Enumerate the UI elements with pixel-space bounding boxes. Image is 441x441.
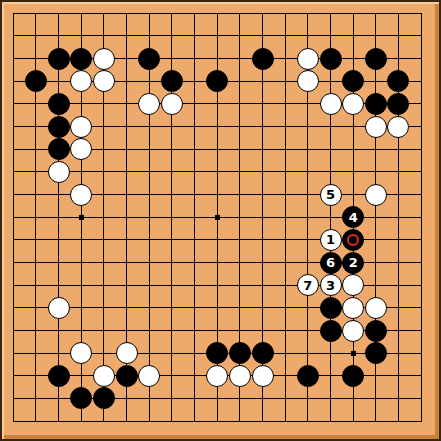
intersection-T12[interactable] xyxy=(410,161,433,184)
intersection-Q17[interactable] xyxy=(342,47,365,70)
intersection-G6[interactable] xyxy=(138,297,161,320)
intersection-M11[interactable] xyxy=(251,183,274,206)
intersection-P17[interactable] xyxy=(319,47,342,70)
intersection-O18[interactable] xyxy=(297,25,320,48)
intersection-K1[interactable] xyxy=(206,410,229,433)
intersection-R3[interactable] xyxy=(365,365,388,388)
intersection-J6[interactable] xyxy=(183,297,206,320)
intersection-R7[interactable] xyxy=(365,274,388,297)
intersection-L2[interactable] xyxy=(229,387,252,410)
intersection-N19[interactable] xyxy=(274,2,297,25)
intersection-L18[interactable] xyxy=(229,25,252,48)
intersection-G1[interactable] xyxy=(138,410,161,433)
intersection-O13[interactable] xyxy=(297,138,320,161)
intersection-T19[interactable] xyxy=(410,2,433,25)
intersection-F7[interactable] xyxy=(115,274,138,297)
intersection-H5[interactable] xyxy=(161,319,184,342)
intersection-K2[interactable] xyxy=(206,387,229,410)
intersection-H2[interactable] xyxy=(161,387,184,410)
intersection-B16[interactable] xyxy=(25,70,48,93)
intersection-A8[interactable] xyxy=(2,251,25,274)
intersection-T15[interactable] xyxy=(410,93,433,116)
intersection-B5[interactable] xyxy=(25,319,48,342)
intersection-G13[interactable] xyxy=(138,138,161,161)
intersection-M19[interactable] xyxy=(251,2,274,25)
intersection-M4[interactable] xyxy=(251,342,274,365)
intersection-D3[interactable] xyxy=(70,365,93,388)
intersection-H6[interactable] xyxy=(161,297,184,320)
intersection-G9[interactable] xyxy=(138,229,161,252)
intersection-A14[interactable] xyxy=(2,115,25,138)
intersection-A6[interactable] xyxy=(2,297,25,320)
intersection-B4[interactable] xyxy=(25,342,48,365)
intersection-T9[interactable] xyxy=(410,229,433,252)
intersection-T14[interactable] xyxy=(410,115,433,138)
intersection-R1[interactable] xyxy=(365,410,388,433)
intersection-K12[interactable] xyxy=(206,161,229,184)
intersection-P11[interactable]: 5 xyxy=(319,183,342,206)
intersection-R19[interactable] xyxy=(365,2,388,25)
intersection-A9[interactable] xyxy=(2,229,25,252)
intersection-S1[interactable] xyxy=(387,410,410,433)
intersection-F17[interactable] xyxy=(115,47,138,70)
intersection-J15[interactable] xyxy=(183,93,206,116)
intersection-A11[interactable] xyxy=(2,183,25,206)
intersection-D8[interactable] xyxy=(70,251,93,274)
intersection-A1[interactable] xyxy=(2,410,25,433)
intersection-Q11[interactable] xyxy=(342,183,365,206)
intersection-N10[interactable] xyxy=(274,206,297,229)
intersection-N6[interactable] xyxy=(274,297,297,320)
intersection-P14[interactable] xyxy=(319,115,342,138)
intersection-D14[interactable] xyxy=(70,115,93,138)
intersection-K13[interactable] xyxy=(206,138,229,161)
intersection-O16[interactable] xyxy=(297,70,320,93)
intersection-K3[interactable] xyxy=(206,365,229,388)
intersection-G2[interactable] xyxy=(138,387,161,410)
intersection-P10[interactable] xyxy=(319,206,342,229)
intersection-R16[interactable] xyxy=(365,70,388,93)
intersection-B10[interactable] xyxy=(25,206,48,229)
intersection-Q16[interactable] xyxy=(342,70,365,93)
intersection-O4[interactable] xyxy=(297,342,320,365)
intersection-R4[interactable] xyxy=(365,342,388,365)
intersection-L19[interactable] xyxy=(229,2,252,25)
intersection-J17[interactable] xyxy=(183,47,206,70)
intersection-C18[interactable] xyxy=(47,25,70,48)
intersection-P3[interactable] xyxy=(319,365,342,388)
intersection-G10[interactable] xyxy=(138,206,161,229)
intersection-S12[interactable] xyxy=(387,161,410,184)
intersection-E5[interactable] xyxy=(93,319,116,342)
intersection-K5[interactable] xyxy=(206,319,229,342)
intersection-O15[interactable] xyxy=(297,93,320,116)
intersection-C14[interactable] xyxy=(47,115,70,138)
intersection-P2[interactable] xyxy=(319,387,342,410)
intersection-D17[interactable] xyxy=(70,47,93,70)
intersection-L15[interactable] xyxy=(229,93,252,116)
intersection-F13[interactable] xyxy=(115,138,138,161)
intersection-O8[interactable] xyxy=(297,251,320,274)
intersection-E11[interactable] xyxy=(93,183,116,206)
intersection-N13[interactable] xyxy=(274,138,297,161)
intersection-M8[interactable] xyxy=(251,251,274,274)
intersection-E7[interactable] xyxy=(93,274,116,297)
intersection-O10[interactable] xyxy=(297,206,320,229)
intersection-J7[interactable] xyxy=(183,274,206,297)
intersection-Q8[interactable]: 2 xyxy=(342,251,365,274)
intersection-K18[interactable] xyxy=(206,25,229,48)
intersection-J2[interactable] xyxy=(183,387,206,410)
intersection-R18[interactable] xyxy=(365,25,388,48)
intersection-Q19[interactable] xyxy=(342,2,365,25)
intersection-P8[interactable]: 6 xyxy=(319,251,342,274)
intersection-G15[interactable] xyxy=(138,93,161,116)
intersection-G7[interactable] xyxy=(138,274,161,297)
intersection-P15[interactable] xyxy=(319,93,342,116)
intersection-J11[interactable] xyxy=(183,183,206,206)
intersection-H13[interactable] xyxy=(161,138,184,161)
intersection-D2[interactable] xyxy=(70,387,93,410)
intersection-E2[interactable] xyxy=(93,387,116,410)
intersection-N2[interactable] xyxy=(274,387,297,410)
intersection-E8[interactable] xyxy=(93,251,116,274)
intersection-H3[interactable] xyxy=(161,365,184,388)
intersection-D9[interactable] xyxy=(70,229,93,252)
intersection-R13[interactable] xyxy=(365,138,388,161)
intersection-P9[interactable]: 1 xyxy=(319,229,342,252)
intersection-N14[interactable] xyxy=(274,115,297,138)
intersection-N17[interactable] xyxy=(274,47,297,70)
intersection-J8[interactable] xyxy=(183,251,206,274)
intersection-F10[interactable] xyxy=(115,206,138,229)
intersection-B1[interactable] xyxy=(25,410,48,433)
intersection-L7[interactable] xyxy=(229,274,252,297)
intersection-L4[interactable] xyxy=(229,342,252,365)
intersection-M13[interactable] xyxy=(251,138,274,161)
intersection-B2[interactable] xyxy=(25,387,48,410)
intersection-R10[interactable] xyxy=(365,206,388,229)
intersection-N16[interactable] xyxy=(274,70,297,93)
intersection-H19[interactable] xyxy=(161,2,184,25)
intersection-A10[interactable] xyxy=(2,206,25,229)
intersection-S3[interactable] xyxy=(387,365,410,388)
intersection-K10[interactable] xyxy=(206,206,229,229)
intersection-F4[interactable] xyxy=(115,342,138,365)
intersection-D5[interactable] xyxy=(70,319,93,342)
intersection-M10[interactable] xyxy=(251,206,274,229)
intersection-J1[interactable] xyxy=(183,410,206,433)
intersection-E19[interactable] xyxy=(93,2,116,25)
intersection-N15[interactable] xyxy=(274,93,297,116)
intersection-E12[interactable] xyxy=(93,161,116,184)
intersection-J13[interactable] xyxy=(183,138,206,161)
intersection-N12[interactable] xyxy=(274,161,297,184)
intersection-T8[interactable] xyxy=(410,251,433,274)
intersection-B8[interactable] xyxy=(25,251,48,274)
intersection-O19[interactable] xyxy=(297,2,320,25)
intersection-P1[interactable] xyxy=(319,410,342,433)
intersection-F1[interactable] xyxy=(115,410,138,433)
intersection-M3[interactable] xyxy=(251,365,274,388)
intersection-C7[interactable] xyxy=(47,274,70,297)
intersection-F2[interactable] xyxy=(115,387,138,410)
intersection-A16[interactable] xyxy=(2,70,25,93)
intersection-C12[interactable] xyxy=(47,161,70,184)
intersection-M12[interactable] xyxy=(251,161,274,184)
intersection-G17[interactable] xyxy=(138,47,161,70)
intersection-A7[interactable] xyxy=(2,274,25,297)
intersection-P16[interactable] xyxy=(319,70,342,93)
intersection-N9[interactable] xyxy=(274,229,297,252)
intersection-J14[interactable] xyxy=(183,115,206,138)
intersection-F12[interactable] xyxy=(115,161,138,184)
intersection-K14[interactable] xyxy=(206,115,229,138)
intersection-B7[interactable] xyxy=(25,274,48,297)
intersection-L6[interactable] xyxy=(229,297,252,320)
intersection-R12[interactable] xyxy=(365,161,388,184)
intersection-A2[interactable] xyxy=(2,387,25,410)
intersection-K17[interactable] xyxy=(206,47,229,70)
intersection-F18[interactable] xyxy=(115,25,138,48)
intersection-Q1[interactable] xyxy=(342,410,365,433)
intersection-N5[interactable] xyxy=(274,319,297,342)
intersection-C9[interactable] xyxy=(47,229,70,252)
intersection-J4[interactable] xyxy=(183,342,206,365)
intersection-E4[interactable] xyxy=(93,342,116,365)
intersection-J16[interactable] xyxy=(183,70,206,93)
intersection-M7[interactable] xyxy=(251,274,274,297)
intersection-M5[interactable] xyxy=(251,319,274,342)
intersection-E17[interactable] xyxy=(93,47,116,70)
intersection-J9[interactable] xyxy=(183,229,206,252)
intersection-M6[interactable] xyxy=(251,297,274,320)
intersection-O9[interactable] xyxy=(297,229,320,252)
intersection-R6[interactable] xyxy=(365,297,388,320)
intersection-F11[interactable] xyxy=(115,183,138,206)
intersection-B3[interactable] xyxy=(25,365,48,388)
intersection-T5[interactable] xyxy=(410,319,433,342)
intersection-M16[interactable] xyxy=(251,70,274,93)
intersection-H11[interactable] xyxy=(161,183,184,206)
intersection-S2[interactable] xyxy=(387,387,410,410)
intersection-A18[interactable] xyxy=(2,25,25,48)
intersection-B14[interactable] xyxy=(25,115,48,138)
intersection-F3[interactable] xyxy=(115,365,138,388)
intersection-E14[interactable] xyxy=(93,115,116,138)
intersection-J10[interactable] xyxy=(183,206,206,229)
intersection-R5[interactable] xyxy=(365,319,388,342)
intersection-T6[interactable] xyxy=(410,297,433,320)
intersection-H4[interactable] xyxy=(161,342,184,365)
intersection-E13[interactable] xyxy=(93,138,116,161)
intersection-N11[interactable] xyxy=(274,183,297,206)
intersection-A17[interactable] xyxy=(2,47,25,70)
intersection-T13[interactable] xyxy=(410,138,433,161)
intersection-L14[interactable] xyxy=(229,115,252,138)
intersection-A3[interactable] xyxy=(2,365,25,388)
intersection-P19[interactable] xyxy=(319,2,342,25)
intersection-J19[interactable] xyxy=(183,2,206,25)
intersection-E10[interactable] xyxy=(93,206,116,229)
intersection-B12[interactable] xyxy=(25,161,48,184)
intersection-T1[interactable] xyxy=(410,410,433,433)
intersection-G16[interactable] xyxy=(138,70,161,93)
intersection-L13[interactable] xyxy=(229,138,252,161)
intersection-K4[interactable] xyxy=(206,342,229,365)
intersection-D6[interactable] xyxy=(70,297,93,320)
intersection-P6[interactable] xyxy=(319,297,342,320)
intersection-J12[interactable] xyxy=(183,161,206,184)
intersection-Q2[interactable] xyxy=(342,387,365,410)
intersection-K19[interactable] xyxy=(206,2,229,25)
intersection-H12[interactable] xyxy=(161,161,184,184)
intersection-T11[interactable] xyxy=(410,183,433,206)
intersection-A13[interactable] xyxy=(2,138,25,161)
intersection-D19[interactable] xyxy=(70,2,93,25)
intersection-C19[interactable] xyxy=(47,2,70,25)
intersection-C8[interactable] xyxy=(47,251,70,274)
intersection-C11[interactable] xyxy=(47,183,70,206)
intersection-B15[interactable] xyxy=(25,93,48,116)
intersection-C15[interactable] xyxy=(47,93,70,116)
intersection-H9[interactable] xyxy=(161,229,184,252)
intersection-F6[interactable] xyxy=(115,297,138,320)
intersection-O12[interactable] xyxy=(297,161,320,184)
intersection-T2[interactable] xyxy=(410,387,433,410)
intersection-K11[interactable] xyxy=(206,183,229,206)
intersection-E6[interactable] xyxy=(93,297,116,320)
intersection-H16[interactable] xyxy=(161,70,184,93)
intersection-S13[interactable] xyxy=(387,138,410,161)
intersection-S18[interactable] xyxy=(387,25,410,48)
intersection-B6[interactable] xyxy=(25,297,48,320)
intersection-S14[interactable] xyxy=(387,115,410,138)
intersection-S6[interactable] xyxy=(387,297,410,320)
intersection-M1[interactable] xyxy=(251,410,274,433)
intersection-G14[interactable] xyxy=(138,115,161,138)
intersection-H1[interactable] xyxy=(161,410,184,433)
intersection-C1[interactable] xyxy=(47,410,70,433)
intersection-O14[interactable] xyxy=(297,115,320,138)
intersection-L10[interactable] xyxy=(229,206,252,229)
intersection-L3[interactable] xyxy=(229,365,252,388)
intersection-O6[interactable] xyxy=(297,297,320,320)
intersection-G11[interactable] xyxy=(138,183,161,206)
intersection-H18[interactable] xyxy=(161,25,184,48)
intersection-F16[interactable] xyxy=(115,70,138,93)
intersection-M18[interactable] xyxy=(251,25,274,48)
intersection-D12[interactable] xyxy=(70,161,93,184)
intersection-O11[interactable] xyxy=(297,183,320,206)
intersection-E1[interactable] xyxy=(93,410,116,433)
intersection-D7[interactable] xyxy=(70,274,93,297)
intersection-H15[interactable] xyxy=(161,93,184,116)
intersection-C16[interactable] xyxy=(47,70,70,93)
intersection-T18[interactable] xyxy=(410,25,433,48)
intersection-T7[interactable] xyxy=(410,274,433,297)
intersection-D11[interactable] xyxy=(70,183,93,206)
intersection-B17[interactable] xyxy=(25,47,48,70)
intersection-H17[interactable] xyxy=(161,47,184,70)
intersection-T4[interactable] xyxy=(410,342,433,365)
intersection-F8[interactable] xyxy=(115,251,138,274)
intersection-J5[interactable] xyxy=(183,319,206,342)
intersection-F15[interactable] xyxy=(115,93,138,116)
intersection-O3[interactable] xyxy=(297,365,320,388)
intersection-N3[interactable] xyxy=(274,365,297,388)
intersection-K8[interactable] xyxy=(206,251,229,274)
intersection-P13[interactable] xyxy=(319,138,342,161)
intersection-O5[interactable] xyxy=(297,319,320,342)
intersection-T17[interactable] xyxy=(410,47,433,70)
intersection-T16[interactable] xyxy=(410,70,433,93)
intersection-G8[interactable] xyxy=(138,251,161,274)
intersection-N8[interactable] xyxy=(274,251,297,274)
intersection-B13[interactable] xyxy=(25,138,48,161)
intersection-L9[interactable] xyxy=(229,229,252,252)
intersection-A12[interactable] xyxy=(2,161,25,184)
intersection-N1[interactable] xyxy=(274,410,297,433)
intersection-Q10[interactable]: 4 xyxy=(342,206,365,229)
intersection-N18[interactable] xyxy=(274,25,297,48)
intersection-G5[interactable] xyxy=(138,319,161,342)
intersection-H8[interactable] xyxy=(161,251,184,274)
intersection-S8[interactable] xyxy=(387,251,410,274)
intersection-B9[interactable] xyxy=(25,229,48,252)
intersection-C5[interactable] xyxy=(47,319,70,342)
intersection-B18[interactable] xyxy=(25,25,48,48)
intersection-M17[interactable] xyxy=(251,47,274,70)
intersection-R2[interactable] xyxy=(365,387,388,410)
intersection-D16[interactable] xyxy=(70,70,93,93)
intersection-Q13[interactable] xyxy=(342,138,365,161)
intersection-Q4[interactable] xyxy=(342,342,365,365)
intersection-C6[interactable] xyxy=(47,297,70,320)
intersection-E9[interactable] xyxy=(93,229,116,252)
intersection-O17[interactable] xyxy=(297,47,320,70)
intersection-C3[interactable] xyxy=(47,365,70,388)
intersection-Q5[interactable] xyxy=(342,319,365,342)
intersection-J3[interactable] xyxy=(183,365,206,388)
intersection-S15[interactable] xyxy=(387,93,410,116)
intersection-D13[interactable] xyxy=(70,138,93,161)
intersection-H10[interactable] xyxy=(161,206,184,229)
intersection-P7[interactable]: 3 xyxy=(319,274,342,297)
intersection-G12[interactable] xyxy=(138,161,161,184)
intersection-E3[interactable] xyxy=(93,365,116,388)
intersection-A19[interactable] xyxy=(2,2,25,25)
intersection-S10[interactable] xyxy=(387,206,410,229)
intersection-Q12[interactable] xyxy=(342,161,365,184)
intersection-T10[interactable] xyxy=(410,206,433,229)
intersection-N4[interactable] xyxy=(274,342,297,365)
intersection-Q6[interactable] xyxy=(342,297,365,320)
intersection-S19[interactable] xyxy=(387,2,410,25)
intersection-G19[interactable] xyxy=(138,2,161,25)
intersection-S9[interactable] xyxy=(387,229,410,252)
intersection-L12[interactable] xyxy=(229,161,252,184)
intersection-L1[interactable] xyxy=(229,410,252,433)
intersection-L11[interactable] xyxy=(229,183,252,206)
intersection-M14[interactable] xyxy=(251,115,274,138)
intersection-E18[interactable] xyxy=(93,25,116,48)
intersection-T3[interactable] xyxy=(410,365,433,388)
intersection-M15[interactable] xyxy=(251,93,274,116)
intersection-L16[interactable] xyxy=(229,70,252,93)
intersection-Q9[interactable] xyxy=(342,229,365,252)
intersection-F5[interactable] xyxy=(115,319,138,342)
